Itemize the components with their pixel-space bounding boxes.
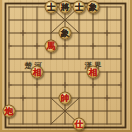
piece-red-elephant-left[interactable]: 相: [31, 66, 44, 79]
piece-black-elephant-center[interactable]: 象: [59, 27, 72, 40]
piece-red-cannon[interactable]: 炮: [3, 105, 16, 118]
piece-black-general[interactable]: 將: [59, 1, 72, 14]
board-grid: [0, 0, 132, 132]
piece-black-advisor-left[interactable]: 士: [45, 1, 58, 14]
piece-red-general[interactable]: 帥: [59, 92, 72, 105]
piece-black-elephant-right[interactable]: 象: [87, 1, 100, 14]
piece-black-advisor-right[interactable]: 士: [73, 1, 86, 14]
piece-red-elephant-right[interactable]: 相: [87, 66, 100, 79]
piece-red-advisor[interactable]: 仕: [73, 118, 86, 131]
piece-red-horse[interactable]: 馬: [45, 40, 58, 53]
xiangqi-board: 楚河 漢界 士將士象象馬相相帥炮仕: [0, 0, 132, 132]
